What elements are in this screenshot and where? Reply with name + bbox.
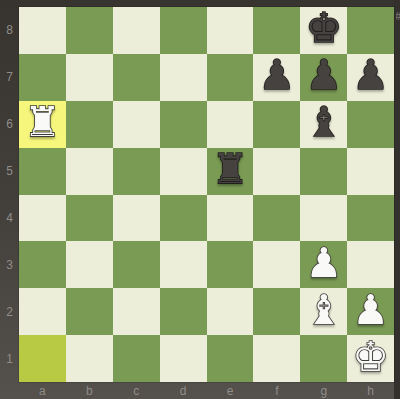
square-g2[interactable]: ♝ xyxy=(300,288,347,335)
square-e7[interactable] xyxy=(207,54,254,101)
square-e3[interactable] xyxy=(207,241,254,288)
square-h4[interactable] xyxy=(347,195,394,242)
square-c4[interactable] xyxy=(113,195,160,242)
rank-label-7: 7 xyxy=(0,54,19,101)
rank-label-4: 4 xyxy=(0,195,19,242)
rank-label-2: 2 xyxy=(0,288,19,335)
right-edge-strip xyxy=(394,0,400,399)
square-f1[interactable] xyxy=(253,335,300,382)
square-d4[interactable] xyxy=(160,195,207,242)
square-f5[interactable] xyxy=(253,148,300,195)
square-e2[interactable] xyxy=(207,288,254,335)
square-h1[interactable]: ♚ xyxy=(347,335,394,382)
square-e6[interactable] xyxy=(207,101,254,148)
square-c3[interactable] xyxy=(113,241,160,288)
square-d1[interactable] xyxy=(160,335,207,382)
rank-label-5: 5 xyxy=(0,148,19,195)
square-a6[interactable]: ♜ xyxy=(19,101,66,148)
chess-app: 87654321 ♚♟♟♟♜♝♜♟♝♟♚ abcdefgh # xyxy=(0,0,400,399)
square-b3[interactable] xyxy=(66,241,113,288)
square-e8[interactable] xyxy=(207,7,254,54)
square-c2[interactable] xyxy=(113,288,160,335)
square-g5[interactable] xyxy=(300,148,347,195)
square-c5[interactable] xyxy=(113,148,160,195)
black-pawn-f7[interactable]: ♟ xyxy=(259,55,296,96)
file-label-e: e xyxy=(207,382,254,399)
square-a3[interactable] xyxy=(19,241,66,288)
square-f7[interactable]: ♟ xyxy=(253,54,300,101)
square-h7[interactable]: ♟ xyxy=(347,54,394,101)
square-g8[interactable]: ♚ xyxy=(300,7,347,54)
file-label-h: h xyxy=(347,382,394,399)
square-b6[interactable] xyxy=(66,101,113,148)
square-g7[interactable]: ♟ xyxy=(300,54,347,101)
black-bishop-g6[interactable]: ♝ xyxy=(305,102,342,143)
square-a1[interactable] xyxy=(19,335,66,382)
square-f6[interactable] xyxy=(253,101,300,148)
square-c1[interactable] xyxy=(113,335,160,382)
square-a7[interactable] xyxy=(19,54,66,101)
black-pawn-h7[interactable]: ♟ xyxy=(352,55,389,96)
square-g3[interactable]: ♟ xyxy=(300,241,347,288)
file-label-g: g xyxy=(300,382,347,399)
rank-label-8: 8 xyxy=(0,7,19,54)
rank-labels: 87654321 xyxy=(0,7,19,382)
square-g6[interactable]: ♝ xyxy=(300,101,347,148)
black-king-g8[interactable]: ♚ xyxy=(305,8,342,49)
square-f8[interactable] xyxy=(253,7,300,54)
square-h3[interactable] xyxy=(347,241,394,288)
square-g4[interactable] xyxy=(300,195,347,242)
hash-icon: # xyxy=(396,10,400,22)
square-c8[interactable] xyxy=(113,7,160,54)
square-d3[interactable] xyxy=(160,241,207,288)
square-e1[interactable] xyxy=(207,335,254,382)
square-c7[interactable] xyxy=(113,54,160,101)
black-pawn-g7[interactable]: ♟ xyxy=(305,55,342,96)
square-b4[interactable] xyxy=(66,195,113,242)
white-rook-a6[interactable]: ♜ xyxy=(24,102,61,143)
file-label-f: f xyxy=(253,382,300,399)
black-rook-e5[interactable]: ♜ xyxy=(212,149,249,190)
square-d2[interactable] xyxy=(160,288,207,335)
square-f2[interactable] xyxy=(253,288,300,335)
square-f4[interactable] xyxy=(253,195,300,242)
square-a5[interactable] xyxy=(19,148,66,195)
rank-label-1: 1 xyxy=(0,335,19,382)
square-h2[interactable]: ♟ xyxy=(347,288,394,335)
square-d5[interactable] xyxy=(160,148,207,195)
chess-board: ♚♟♟♟♜♝♜♟♝♟♚ xyxy=(19,7,394,382)
square-a8[interactable] xyxy=(19,7,66,54)
file-label-b: b xyxy=(66,382,113,399)
square-b5[interactable] xyxy=(66,148,113,195)
square-f3[interactable] xyxy=(253,241,300,288)
square-e4[interactable] xyxy=(207,195,254,242)
rank-label-6: 6 xyxy=(0,101,19,148)
file-labels: abcdefgh xyxy=(19,382,394,399)
square-b1[interactable] xyxy=(66,335,113,382)
square-g1[interactable] xyxy=(300,335,347,382)
white-pawn-h2[interactable]: ♟ xyxy=(352,290,389,331)
square-b7[interactable] xyxy=(66,54,113,101)
square-b2[interactable] xyxy=(66,288,113,335)
white-bishop-g2[interactable]: ♝ xyxy=(305,290,342,331)
file-label-a: a xyxy=(19,382,66,399)
square-h6[interactable] xyxy=(347,101,394,148)
square-a4[interactable] xyxy=(19,195,66,242)
square-e5[interactable]: ♜ xyxy=(207,148,254,195)
square-a2[interactable] xyxy=(19,288,66,335)
square-h8[interactable] xyxy=(347,7,394,54)
file-label-d: d xyxy=(160,382,207,399)
white-king-h1[interactable]: ♚ xyxy=(352,337,389,378)
square-b8[interactable] xyxy=(66,7,113,54)
square-c6[interactable] xyxy=(113,101,160,148)
white-pawn-g3[interactable]: ♟ xyxy=(305,243,342,284)
file-label-c: c xyxy=(113,382,160,399)
clipped-icon: # xyxy=(396,10,400,22)
square-d8[interactable] xyxy=(160,7,207,54)
square-h5[interactable] xyxy=(347,148,394,195)
square-d6[interactable] xyxy=(160,101,207,148)
square-d7[interactable] xyxy=(160,54,207,101)
rank-label-3: 3 xyxy=(0,241,19,288)
